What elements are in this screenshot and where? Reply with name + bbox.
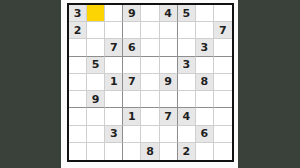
cell-r7c7[interactable]: 4 [178,108,196,125]
cell-r6c6[interactable] [160,91,178,108]
cell-r2c7[interactable] [178,22,196,39]
cell-r1c5[interactable] [141,5,159,22]
cell-r8c6[interactable] [160,126,178,143]
sudoku-board: 39452776353179891743682 [67,3,234,162]
cell-r3c4[interactable]: 6 [123,39,141,56]
cell-r5c1[interactable] [69,74,87,91]
cell-r7c6[interactable]: 7 [160,108,178,125]
cell-r7c4[interactable]: 1 [123,108,141,125]
cell-r8c2[interactable] [87,126,105,143]
cell-r9c2[interactable] [87,143,105,160]
cell-r9c9[interactable] [214,143,232,160]
cell-r8c1[interactable] [69,126,87,143]
cell-r7c2[interactable] [87,108,105,125]
cell-r8c3[interactable]: 3 [105,126,123,143]
cell-r1c2[interactable] [87,5,105,22]
cell-r2c3[interactable] [105,22,123,39]
cell-r8c5[interactable] [141,126,159,143]
cell-r5c2[interactable] [87,74,105,91]
cell-r3c7[interactable] [178,39,196,56]
cell-r3c5[interactable] [141,39,159,56]
cell-r5c4[interactable]: 7 [123,74,141,91]
cell-r9c6[interactable] [160,143,178,160]
cell-r9c4[interactable] [123,143,141,160]
cell-r4c9[interactable] [214,57,232,74]
cell-r5c5[interactable] [141,74,159,91]
cell-r5c6[interactable]: 9 [160,74,178,91]
cell-r1c9[interactable] [214,5,232,22]
cell-r7c8[interactable] [196,108,214,125]
cell-r3c8[interactable]: 3 [196,39,214,56]
cell-r8c4[interactable] [123,126,141,143]
cell-r3c2[interactable] [87,39,105,56]
cell-r8c9[interactable] [214,126,232,143]
cell-r3c6[interactable] [160,39,178,56]
cell-r1c3[interactable] [105,5,123,22]
cell-r4c3[interactable] [105,57,123,74]
cell-r5c9[interactable] [214,74,232,91]
cell-r5c8[interactable]: 8 [196,74,214,91]
cell-r9c8[interactable] [196,143,214,160]
cell-r6c7[interactable] [178,91,196,108]
cell-r4c7[interactable]: 3 [178,57,196,74]
cell-r4c2[interactable]: 5 [87,57,105,74]
cell-r1c4[interactable]: 9 [123,5,141,22]
cell-r4c8[interactable] [196,57,214,74]
cell-r6c1[interactable] [69,91,87,108]
cell-r4c4[interactable] [123,57,141,74]
cell-r6c9[interactable] [214,91,232,108]
cell-r6c2[interactable]: 9 [87,91,105,108]
cell-r2c8[interactable] [196,22,214,39]
cell-r2c6[interactable] [160,22,178,39]
cell-r1c8[interactable] [196,5,214,22]
cell-r2c1[interactable]: 2 [69,22,87,39]
cell-r7c3[interactable] [105,108,123,125]
cell-r6c5[interactable] [141,91,159,108]
cell-r9c3[interactable] [105,143,123,160]
cell-r6c4[interactable] [123,91,141,108]
cell-r5c3[interactable]: 1 [105,74,123,91]
cell-r2c2[interactable] [87,22,105,39]
cell-r2c4[interactable] [123,22,141,39]
cell-r2c9[interactable]: 7 [214,22,232,39]
cell-r3c9[interactable] [214,39,232,56]
cell-r9c1[interactable] [69,143,87,160]
cell-r3c1[interactable] [69,39,87,56]
cell-r4c5[interactable] [141,57,159,74]
cell-r4c1[interactable] [69,57,87,74]
cell-r5c7[interactable] [178,74,196,91]
cell-r7c5[interactable] [141,108,159,125]
cell-r2c5[interactable] [141,22,159,39]
cell-r6c8[interactable] [196,91,214,108]
sudoku-card: 39452776353179891743682 [61,0,238,168]
cell-r1c7[interactable]: 5 [178,5,196,22]
cell-r4c6[interactable] [160,57,178,74]
cell-r1c6[interactable]: 4 [160,5,178,22]
cell-r7c9[interactable] [214,108,232,125]
cell-r8c7[interactable] [178,126,196,143]
cell-r6c3[interactable] [105,91,123,108]
cell-r7c1[interactable] [69,108,87,125]
app-background: 39452776353179891743682 [0,0,300,168]
cell-r3c3[interactable]: 7 [105,39,123,56]
cell-r9c7[interactable]: 2 [178,143,196,160]
cell-r1c1[interactable]: 3 [69,5,87,22]
cell-r8c8[interactable]: 6 [196,126,214,143]
cell-r9c5[interactable]: 8 [141,143,159,160]
